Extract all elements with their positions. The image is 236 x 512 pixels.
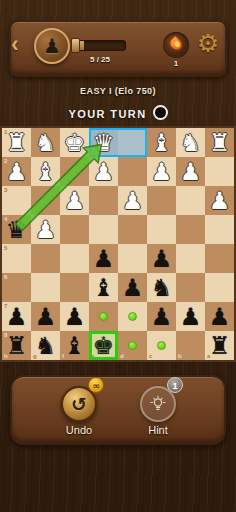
white-pawn-c2: ♟	[147, 157, 176, 187]
black-pawn-g7: ♟	[31, 302, 60, 332]
chess-board: 1♜♞♚♛♝♞♜2♟♝♟♟♟3♟♟♟4♛♟5♟♟6♝♟♞7♟♟♟♟♟♟8h♜g♞…	[0, 126, 236, 362]
white-pawn-g4: ♟	[31, 215, 60, 245]
rank-label-5: 5	[4, 245, 7, 251]
white-pawn-h2: ♟	[2, 157, 31, 187]
white-pawn-b2: ♟	[176, 157, 205, 187]
black-queen-h4: ♛	[2, 215, 31, 245]
black-pawn-h7: ♟	[2, 302, 31, 332]
square-g1[interactable]: ♞	[31, 128, 60, 157]
rank-label-8: 8	[4, 332, 7, 338]
square-a3[interactable]: ♟	[205, 186, 234, 215]
file-label-c: c	[149, 353, 152, 359]
square-d7[interactable]	[118, 302, 147, 331]
square-e3[interactable]	[89, 186, 118, 215]
streak-count-label: 1	[163, 59, 189, 68]
square-e8[interactable]: e♚	[89, 331, 118, 360]
square-b2[interactable]: ♟	[176, 157, 205, 186]
square-e2[interactable]: ♟	[89, 157, 118, 186]
black-rook-a8: ♜	[205, 331, 234, 361]
black-pawn-b7: ♟	[176, 302, 205, 332]
square-c6[interactable]: ♞	[147, 273, 176, 302]
square-g7[interactable]: ♟	[31, 302, 60, 331]
square-a5[interactable]	[205, 244, 234, 273]
square-d2[interactable]	[118, 157, 147, 186]
turn-color-indicator	[153, 105, 168, 120]
rank-label-2: 2	[4, 158, 7, 164]
undo-count-badge: ∞	[88, 377, 104, 393]
square-e5[interactable]: ♟	[89, 244, 118, 273]
difficulty-label: EASY I (Elo 750)	[0, 86, 236, 96]
square-b8[interactable]: b	[176, 331, 205, 360]
undo-label: Undo	[49, 424, 109, 436]
square-d4[interactable]	[118, 215, 147, 244]
rank-label-3: 3	[4, 187, 7, 193]
square-c2[interactable]: ♟	[147, 157, 176, 186]
pawn-icon: ♟	[43, 34, 61, 58]
turn-label: YOUR TURN	[69, 108, 147, 120]
rank-label-4: 4	[4, 216, 7, 222]
square-b5[interactable]	[176, 244, 205, 273]
black-rook-h8: ♜	[2, 331, 31, 361]
file-label-h: h	[4, 353, 8, 359]
square-a1[interactable]: ♜	[205, 128, 234, 157]
square-c7[interactable]: ♟	[147, 302, 176, 331]
square-g5[interactable]	[31, 244, 60, 273]
square-a4[interactable]	[205, 215, 234, 244]
square-g4[interactable]: ♟	[31, 215, 60, 244]
white-pawn-e2: ♟	[89, 157, 118, 187]
square-a8[interactable]: a♜	[205, 331, 234, 360]
back-button[interactable]: ‹	[11, 33, 19, 55]
white-pawn-d3: ♟	[118, 186, 147, 216]
black-bishop-e6: ♝	[89, 273, 118, 303]
lightbulb-icon	[149, 395, 167, 413]
square-f3[interactable]: ♟	[60, 186, 89, 215]
white-pawn-a3: ♟	[205, 186, 234, 216]
square-h6[interactable]: 6	[2, 273, 31, 302]
rank-label-1: 1	[4, 129, 7, 135]
level-pawn-badge: ♟	[34, 28, 70, 64]
white-knight-g1: ♞	[31, 128, 60, 158]
progress-count-label: 5 / 25	[65, 55, 135, 64]
file-label-a: a	[207, 353, 210, 359]
square-f6[interactable]	[60, 273, 89, 302]
square-h7[interactable]: 7♟	[2, 302, 31, 331]
black-knight-c6: ♞	[147, 273, 176, 303]
black-pawn-e5: ♟	[89, 244, 118, 274]
square-b3[interactable]	[176, 186, 205, 215]
square-d1[interactable]	[118, 128, 147, 157]
legal-move-dot-c8	[157, 341, 166, 350]
square-c1[interactable]: ♝	[147, 128, 176, 157]
square-c5[interactable]: ♟	[147, 244, 176, 273]
square-f5[interactable]	[60, 244, 89, 273]
square-a2[interactable]	[205, 157, 234, 186]
file-label-f: f	[62, 353, 64, 359]
file-label-e: e	[91, 353, 94, 359]
board-grid: 1♜♞♚♛♝♞♜2♟♝♟♟♟3♟♟♟4♛♟5♟♟6♝♟♞7♟♟♟♟♟♟8h♜g♞…	[2, 128, 234, 360]
white-queen-e1: ♛	[89, 128, 118, 158]
legal-move-dot-e7	[99, 312, 108, 321]
white-rook-h1: ♜	[2, 128, 31, 158]
undo-arrow-icon: ↺	[71, 393, 87, 415]
square-b1[interactable]: ♞	[176, 128, 205, 157]
white-pawn-f3: ♟	[60, 186, 89, 216]
chess-app-screen: ‹ ♟ 5 / 25 1 ⚙ EASY I (Elo 750) YOUR TUR…	[0, 0, 236, 512]
square-f8[interactable]: f♝	[60, 331, 89, 360]
square-f1[interactable]: ♚	[60, 128, 89, 157]
black-pawn-f7: ♟	[60, 302, 89, 332]
square-e6[interactable]: ♝	[89, 273, 118, 302]
legal-move-dot-d7	[128, 312, 137, 321]
white-bishop-g2: ♝	[31, 157, 60, 187]
turn-indicator-row: YOUR TURN	[0, 105, 236, 120]
bottom-bar-panel	[10, 375, 226, 445]
flame-icon	[168, 36, 184, 52]
black-bishop-f8: ♝	[60, 331, 89, 361]
streak-flame-badge	[163, 32, 189, 58]
square-d3[interactable]: ♟	[118, 186, 147, 215]
white-knight-b1: ♞	[176, 128, 205, 158]
settings-gear-button[interactable]: ⚙	[194, 30, 222, 58]
white-bishop-c1: ♝	[147, 128, 176, 158]
square-c8[interactable]: c	[147, 331, 176, 360]
black-pawn-d6: ♟	[118, 273, 147, 303]
white-rook-a1: ♜	[205, 128, 234, 158]
file-label-b: b	[178, 353, 182, 359]
black-pawn-c5: ♟	[147, 244, 176, 274]
square-h2[interactable]: 2♟	[2, 157, 31, 186]
square-c4[interactable]	[147, 215, 176, 244]
rank-label-6: 6	[4, 274, 7, 280]
square-b6[interactable]	[176, 273, 205, 302]
square-b7[interactable]: ♟	[176, 302, 205, 331]
square-h1[interactable]: 1♜	[2, 128, 31, 157]
legal-move-dot-d8	[128, 341, 137, 350]
square-g3[interactable]	[31, 186, 60, 215]
square-b4[interactable]	[176, 215, 205, 244]
square-a7[interactable]: ♟	[205, 302, 234, 331]
square-d8[interactable]: d	[118, 331, 147, 360]
file-label-d: d	[120, 353, 124, 359]
square-d6[interactable]: ♟	[118, 273, 147, 302]
square-c3[interactable]	[147, 186, 176, 215]
square-g2[interactable]: ♝	[31, 157, 60, 186]
black-pawn-a7: ♟	[205, 302, 234, 332]
white-king-f1: ♚	[60, 128, 89, 158]
square-e4[interactable]	[89, 215, 118, 244]
square-g8[interactable]: g♞	[31, 331, 60, 360]
file-label-g: g	[33, 353, 37, 359]
square-h5[interactable]: 5	[2, 244, 31, 273]
square-f4[interactable]	[60, 215, 89, 244]
black-king-e8: ♚	[89, 331, 118, 361]
square-f2[interactable]	[60, 157, 89, 186]
progress-knob	[71, 38, 80, 53]
square-e1[interactable]: ♛	[89, 128, 118, 157]
square-a6[interactable]	[205, 273, 234, 302]
level-progress-bar	[73, 40, 126, 51]
square-e7[interactable]	[89, 302, 118, 331]
rank-label-7: 7	[4, 303, 7, 309]
square-h3[interactable]: 3	[2, 186, 31, 215]
black-pawn-c7: ♟	[147, 302, 176, 332]
square-h4[interactable]: 4♛	[2, 215, 31, 244]
square-g6[interactable]	[31, 273, 60, 302]
hint-count-badge: 1	[167, 377, 183, 393]
square-d5[interactable]	[118, 244, 147, 273]
black-knight-g8: ♞	[31, 331, 60, 361]
hint-label: Hint	[128, 424, 188, 436]
square-f7[interactable]: ♟	[60, 302, 89, 331]
square-h8[interactable]: 8h♜	[2, 331, 31, 360]
